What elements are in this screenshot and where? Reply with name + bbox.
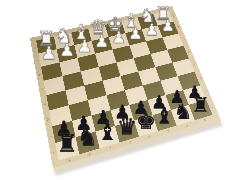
- white-pawn[interactable]: ♟: [59, 41, 75, 58]
- product-photo-background: aa11bb22cc33dd44ee55ff66gg77hh88 ♜♞♝♛♚♝♞…: [0, 0, 240, 180]
- notation-mark: c: [109, 146, 112, 150]
- notation-mark: b: [88, 152, 91, 156]
- white-pawn[interactable]: ♟: [128, 26, 142, 42]
- black-rook[interactable]: ♜: [56, 131, 78, 155]
- notation-mark: 8: [33, 46, 36, 49]
- black-knight[interactable]: ♞: [77, 126, 98, 150]
- white-pawn[interactable]: ♟: [77, 38, 92, 55]
- black-bishop[interactable]: ♝: [97, 120, 118, 143]
- white-pawn[interactable]: ♟: [41, 46, 57, 64]
- white-pawn[interactable]: ♟: [94, 34, 109, 51]
- notation-mark: 5: [187, 50, 190, 53]
- notation-mark: 6: [182, 37, 185, 40]
- notation-mark: 1: [210, 105, 213, 109]
- black-bishop[interactable]: ♝: [155, 105, 175, 127]
- notation-mark: 5: [41, 87, 44, 91]
- white-pawn[interactable]: ♟: [145, 23, 159, 39]
- notation-mark: 3: [46, 117, 49, 121]
- notation-mark: f: [167, 129, 169, 133]
- notation-mark: e: [148, 134, 151, 138]
- notation-mark: 7: [36, 59, 39, 62]
- black-king[interactable]: ♚: [136, 110, 156, 132]
- notation-mark: a: [68, 158, 71, 162]
- notation-mark: 4: [43, 102, 46, 106]
- notation-mark: 4: [193, 63, 196, 66]
- black-queen[interactable]: ♛: [117, 115, 137, 138]
- notation-mark: 1: [52, 150, 55, 154]
- black-rook[interactable]: ♜: [191, 95, 210, 116]
- black-knight[interactable]: ♞: [173, 100, 192, 121]
- white-pawn[interactable]: ♟: [112, 30, 127, 46]
- notation-mark: 2: [49, 133, 52, 137]
- white-pawn[interactable]: ♟: [161, 19, 175, 35]
- notation-mark: g: [185, 123, 189, 127]
- notation-mark: 6: [38, 73, 41, 76]
- notation-mark: d: [128, 140, 131, 144]
- notation-mark: 7: [177, 26, 180, 29]
- notation-mark: 3: [198, 76, 201, 79]
- notation-mark: h: [203, 118, 207, 122]
